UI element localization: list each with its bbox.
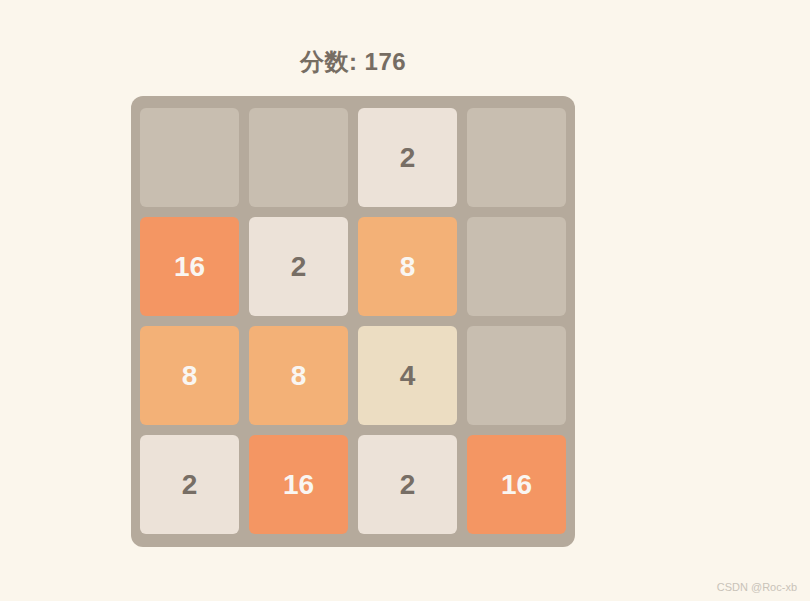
page-background: 分数: 176 21628884216216 CSDN @Roc-xb	[0, 0, 810, 601]
tile-8: 8	[249, 326, 348, 425]
watermark: CSDN @Roc-xb	[717, 581, 797, 593]
tile-2: 2	[358, 435, 457, 534]
tile-16: 16	[249, 435, 348, 534]
tile-2: 2	[140, 435, 239, 534]
game-board[interactable]: 21628884216216	[131, 96, 575, 547]
score-display: 分数: 176	[131, 46, 575, 78]
tile-8: 8	[140, 326, 239, 425]
empty-cell	[467, 108, 566, 207]
empty-cell	[140, 108, 239, 207]
empty-cell	[467, 326, 566, 425]
tile-2: 2	[358, 108, 457, 207]
tile-4: 4	[358, 326, 457, 425]
tile-8: 8	[358, 217, 457, 316]
tile-2: 2	[249, 217, 348, 316]
empty-cell	[467, 217, 566, 316]
empty-cell	[249, 108, 348, 207]
tile-16: 16	[467, 435, 566, 534]
tile-16: 16	[140, 217, 239, 316]
